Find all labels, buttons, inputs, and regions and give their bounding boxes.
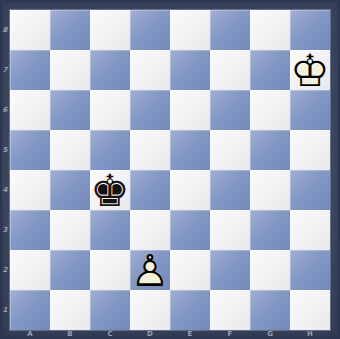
file-label-d: D xyxy=(130,330,170,339)
square-c7[interactable] xyxy=(90,50,130,90)
square-a2[interactable] xyxy=(10,250,50,290)
square-e5[interactable] xyxy=(170,130,210,170)
square-b1[interactable] xyxy=(50,290,90,330)
square-c8[interactable] xyxy=(90,10,130,50)
square-d6[interactable] xyxy=(130,90,170,130)
file-label-a: A xyxy=(10,330,50,339)
rank-label-6: 6 xyxy=(0,90,10,130)
square-f1[interactable] xyxy=(210,290,250,330)
rank-label-1: 1 xyxy=(0,290,10,330)
white-pawn-piece[interactable]: ♟♙ xyxy=(130,250,170,290)
square-d4[interactable] xyxy=(130,170,170,210)
square-d8[interactable] xyxy=(130,10,170,50)
square-c3[interactable] xyxy=(90,210,130,250)
square-b2[interactable] xyxy=(50,250,90,290)
square-b4[interactable] xyxy=(50,170,90,210)
file-label-b: B xyxy=(50,330,90,339)
square-g3[interactable] xyxy=(250,210,290,250)
rank-label-8: 8 xyxy=(0,10,10,50)
square-e7[interactable] xyxy=(170,50,210,90)
square-c4[interactable]: ♚ xyxy=(90,170,130,210)
square-h2[interactable] xyxy=(290,250,330,290)
square-e1[interactable] xyxy=(170,290,210,330)
square-g1[interactable] xyxy=(250,290,290,330)
square-e2[interactable] xyxy=(170,250,210,290)
rank-label-5: 5 xyxy=(0,130,10,170)
rank-label-4: 4 xyxy=(0,170,10,210)
file-label-f: F xyxy=(210,330,250,339)
square-f8[interactable] xyxy=(210,10,250,50)
square-f5[interactable] xyxy=(210,130,250,170)
rank-labels: 87654321 xyxy=(0,10,10,330)
square-a5[interactable] xyxy=(10,130,50,170)
square-g4[interactable] xyxy=(250,170,290,210)
square-f2[interactable] xyxy=(210,250,250,290)
square-c6[interactable] xyxy=(90,90,130,130)
square-a1[interactable] xyxy=(10,290,50,330)
square-h5[interactable] xyxy=(290,130,330,170)
file-label-h: H xyxy=(290,330,330,339)
square-e3[interactable] xyxy=(170,210,210,250)
white-king-piece[interactable]: ♚♔ xyxy=(290,50,330,90)
square-c1[interactable] xyxy=(90,290,130,330)
file-label-c: C xyxy=(90,330,130,339)
file-label-g: G xyxy=(250,330,290,339)
square-f7[interactable] xyxy=(210,50,250,90)
square-d7[interactable] xyxy=(130,50,170,90)
chess-board-frame: 87654321 ♚♔♚♟♙ ABCDEFGH xyxy=(0,0,340,339)
square-d1[interactable] xyxy=(130,290,170,330)
square-g5[interactable] xyxy=(250,130,290,170)
square-f3[interactable] xyxy=(210,210,250,250)
square-h7[interactable]: ♚♔ xyxy=(290,50,330,90)
file-label-e: E xyxy=(170,330,210,339)
piece-outline-glyph: ♔ xyxy=(290,51,330,91)
square-e6[interactable] xyxy=(170,90,210,130)
square-g6[interactable] xyxy=(250,90,290,130)
square-a7[interactable] xyxy=(10,50,50,90)
square-h3[interactable] xyxy=(290,210,330,250)
square-h4[interactable] xyxy=(290,170,330,210)
square-a4[interactable] xyxy=(10,170,50,210)
square-b8[interactable] xyxy=(50,10,90,50)
square-b7[interactable] xyxy=(50,50,90,90)
square-a6[interactable] xyxy=(10,90,50,130)
square-d5[interactable] xyxy=(130,130,170,170)
chess-board: ♚♔♚♟♙ xyxy=(10,10,330,330)
square-e8[interactable] xyxy=(170,10,210,50)
square-g8[interactable] xyxy=(250,10,290,50)
rank-label-7: 7 xyxy=(0,50,10,90)
piece-fill-glyph: ♚ xyxy=(90,171,130,211)
square-h1[interactable] xyxy=(290,290,330,330)
square-d2[interactable]: ♟♙ xyxy=(130,250,170,290)
square-c5[interactable] xyxy=(90,130,130,170)
square-g7[interactable] xyxy=(250,50,290,90)
square-b3[interactable] xyxy=(50,210,90,250)
square-h6[interactable] xyxy=(290,90,330,130)
rank-label-3: 3 xyxy=(0,210,10,250)
square-e4[interactable] xyxy=(170,170,210,210)
square-f4[interactable] xyxy=(210,170,250,210)
piece-outline-glyph: ♙ xyxy=(130,251,170,291)
square-h8[interactable] xyxy=(290,10,330,50)
square-f6[interactable] xyxy=(210,90,250,130)
square-b5[interactable] xyxy=(50,130,90,170)
square-c2[interactable] xyxy=(90,250,130,290)
square-g2[interactable] xyxy=(250,250,290,290)
square-d3[interactable] xyxy=(130,210,170,250)
file-labels: ABCDEFGH xyxy=(10,330,330,339)
black-king-piece[interactable]: ♚ xyxy=(90,170,130,210)
rank-label-2: 2 xyxy=(0,250,10,290)
square-b6[interactable] xyxy=(50,90,90,130)
square-a3[interactable] xyxy=(10,210,50,250)
square-a8[interactable] xyxy=(10,10,50,50)
